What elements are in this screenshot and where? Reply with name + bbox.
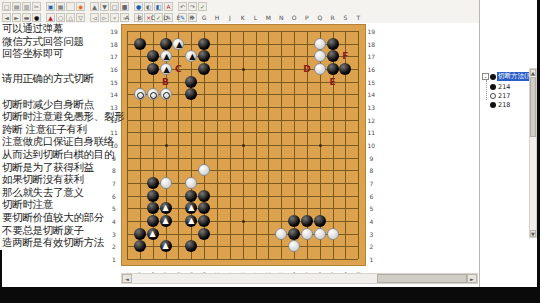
coord-row-right: 13: [366, 104, 376, 111]
lecture-note-line: [2, 85, 152, 98]
lecture-note-line: 切断时减少自身断点: [2, 98, 152, 111]
coord-row-right: 14: [366, 91, 376, 98]
toolbar-icon[interactable]: ■: [120, 2, 129, 11]
tree-node-label: 214: [497, 83, 511, 91]
lecture-notes: 可以通过弹幕微信方式回答问题回答坐标即可请用正确的方式切断切断时减少自身断点切断…: [2, 22, 152, 249]
coord-col-top: L: [251, 14, 261, 21]
tree-node-label: 218: [497, 101, 511, 109]
black-stone: ▲: [160, 215, 172, 227]
toolbar-icon[interactable]: ▽: [76, 13, 85, 22]
black-stone-icon: [490, 84, 496, 90]
black-stone: ▲: [160, 202, 172, 214]
board-label-E[interactable]: E: [327, 76, 339, 88]
screen-edge-bottom: [0, 287, 540, 303]
lecture-note-line: [2, 60, 152, 73]
board-label-B[interactable]: B: [160, 76, 172, 88]
tree-node-label: 217: [497, 92, 511, 100]
coord-col-top: P: [302, 14, 312, 21]
hscroll-left-button[interactable]: ◄: [122, 274, 132, 283]
coord-col-top: J: [225, 14, 235, 21]
white-stone: [301, 228, 313, 240]
lecture-note-line: 请用正确的方式切断: [2, 72, 152, 85]
grid-line-vertical: [268, 31, 269, 259]
coord-row-right: 7: [366, 180, 376, 187]
vscroll-up-button[interactable]: ▲: [530, 69, 536, 76]
toolbar-icon[interactable]: A: [164, 2, 173, 11]
tree-node[interactable]: 217: [490, 91, 511, 100]
coord-col-top: O: [289, 14, 299, 21]
vscroll-down-button[interactable]: ▼: [530, 230, 536, 237]
black-stone: [327, 38, 339, 50]
coord-row-right: 5: [366, 205, 376, 212]
black-stone: [327, 50, 339, 62]
toolbar-icon[interactable]: ▲: [90, 2, 99, 11]
lecture-note-line: 回答坐标即可: [2, 47, 152, 60]
lecture-note-line: 那么就失去了意义: [2, 186, 152, 199]
lecture-note-line: 从而达到切断白棋的目的: [2, 148, 152, 161]
triangle-mark: ▲: [160, 240, 172, 252]
black-stone: [198, 190, 210, 202]
coord-row-right: 10: [366, 142, 376, 149]
toolbar-icon[interactable]: ●: [32, 13, 41, 22]
grid-line-horizontal: [127, 170, 358, 171]
lecture-note-line: 跨断 注意征子有利: [2, 123, 152, 136]
black-stone: [185, 190, 197, 202]
toolbar-row-1: ▢▤▥✂▣▦◉▲▼□■●◐◧A↶↷✓: [2, 1, 208, 11]
lecture-note-line: 注意做虎口保证自身联络: [2, 135, 152, 148]
hoshi-point: [165, 144, 168, 147]
toolbar-icon[interactable]: ◐: [144, 2, 153, 11]
coord-row-right: 18: [366, 41, 376, 48]
toolbar-icon[interactable]: ◄: [2, 13, 11, 22]
toolbar-icon[interactable]: ◉: [76, 2, 85, 11]
black-stone: [160, 38, 172, 50]
coord-col-top: A: [122, 14, 132, 21]
coord-row-right: 3: [366, 231, 376, 238]
black-stone: [185, 76, 197, 88]
toolbar-icon[interactable]: ◅: [90, 13, 99, 22]
coord-col-top: E: [173, 14, 183, 21]
black-stone-icon: [490, 74, 496, 80]
coord-row-right: 12: [366, 117, 376, 124]
lecture-note-line: 要切断价值较大的部分: [2, 211, 152, 224]
white-stone: [314, 228, 326, 240]
vscroll-thumb[interactable]: [530, 77, 536, 137]
hscroll-thumb[interactable]: [377, 274, 467, 283]
toolbar-icon[interactable]: ◧: [154, 2, 163, 11]
black-stone: [288, 228, 300, 240]
lecture-note-line: 切断时注意: [2, 198, 152, 211]
hoshi-point: [242, 144, 245, 147]
toolbar-icon[interactable]: ▲: [46, 13, 55, 22]
toolbar-icon[interactable]: ▤: [12, 2, 21, 11]
black-stone: [314, 215, 326, 227]
hoshi-point: [242, 220, 245, 223]
toolbar-icon[interactable]: ▢: [2, 2, 11, 11]
lecture-note-line: 切断时注意避免愚形、裂形: [2, 110, 152, 123]
white-stone: [160, 88, 172, 100]
coord-col-top: C: [148, 14, 158, 21]
white-stone: [160, 177, 172, 189]
coord-col-top: H: [212, 14, 222, 21]
coord-row-right: 15: [366, 79, 376, 86]
toolbar-icon[interactable]: ↶: [178, 2, 187, 11]
hoshi-point: [319, 144, 322, 147]
black-stone: [198, 63, 210, 75]
black-stone-icon: [490, 102, 496, 108]
lecture-note-line: 不要总是切断废子: [2, 224, 152, 237]
coord-row-right: 16: [366, 66, 376, 73]
white-stone-icon: [490, 93, 496, 99]
grid-line-horizontal: [127, 196, 358, 197]
toolbar-icon[interactable]: ▥: [22, 2, 31, 11]
horizontal-scrollbar[interactable]: ◄►: [121, 273, 478, 284]
hscroll-right-button[interactable]: ►: [467, 274, 477, 283]
black-stone: [198, 228, 210, 240]
grid-line-horizontal: [127, 259, 358, 260]
tree-branch-line: [486, 80, 487, 100]
white-stone: ▲: [160, 50, 172, 62]
black-stone: [288, 215, 300, 227]
circle-mark: [163, 92, 170, 99]
board-label-F[interactable]: F: [339, 50, 351, 62]
triangle-mark: ▲: [160, 215, 172, 227]
board-label-D[interactable]: D: [301, 63, 313, 75]
coord-row-right: 8: [366, 167, 376, 174]
coord-col-top: M: [263, 14, 273, 21]
coord-row-right: 17: [366, 53, 376, 60]
coord-row-left: 1: [109, 256, 119, 263]
grid-line-vertical: [358, 31, 359, 259]
coord-row-right: 19: [366, 28, 376, 35]
tree-node[interactable]: 214: [490, 82, 511, 91]
tree-vertical-scrollbar[interactable]: ▲▼: [529, 68, 537, 238]
coord-row-right: 6: [366, 193, 376, 200]
toolbar-icon[interactable]: ✂: [32, 2, 41, 11]
coord-row-right: 11: [366, 129, 376, 136]
lecture-note-line: 切断是为了获得利益: [2, 161, 152, 174]
coord-row-right: 1: [366, 256, 376, 263]
grid-line-horizontal: [127, 158, 358, 159]
white-stone: ▲: [160, 63, 172, 75]
tree-expander[interactable]: -: [482, 73, 489, 80]
coord-col-top: S: [340, 14, 350, 21]
coord-row-right: 9: [366, 155, 376, 162]
lecture-note-line: 造两断是有效切断方法: [2, 236, 152, 249]
coord-col-top: K: [238, 14, 248, 21]
white-stone: [327, 228, 339, 240]
white-stone: ▲: [172, 38, 184, 50]
toolbar-icon[interactable]: △: [66, 13, 75, 22]
white-stone: [314, 38, 326, 50]
black-stone: [198, 38, 210, 50]
coord-col-top: N: [276, 14, 286, 21]
grid-line-vertical: [256, 31, 257, 259]
lecture-note-line: 可以通过弹幕: [2, 22, 152, 35]
toolbar-icon[interactable]: [66, 2, 75, 11]
board-label-C[interactable]: C: [172, 63, 184, 75]
triangle-mark: ▲: [160, 202, 172, 214]
toolbar-icon[interactable]: ►: [12, 13, 21, 22]
coord-col-top: R: [328, 14, 338, 21]
toolbar-icon[interactable]: ○: [56, 13, 65, 22]
toolbar-icon[interactable]: ●: [134, 2, 143, 11]
white-stone: [314, 63, 326, 75]
toolbar-icon[interactable]: ✓: [198, 2, 207, 11]
grid-line-vertical: [281, 31, 282, 259]
white-stone: [275, 228, 287, 240]
coord-col-top: F: [186, 14, 196, 21]
screen-edge-left: [0, 250, 2, 303]
coord-col-top: Q: [315, 14, 325, 21]
toolbar-icon[interactable]: ↷: [188, 2, 197, 11]
black-stone: ▲: [160, 240, 172, 252]
black-stone: [301, 215, 313, 227]
coord-row-right: 4: [366, 218, 376, 225]
black-stone: [327, 63, 339, 75]
toolbar-icon[interactable]: ▦: [56, 2, 65, 11]
toolbar-icon[interactable]: ▼: [100, 2, 109, 11]
coord-row-right: 2: [366, 243, 376, 250]
toolbar-icon[interactable]: ▣: [46, 2, 55, 11]
toolbar-icon[interactable]: □: [110, 2, 119, 11]
tree-node[interactable]: 218: [490, 100, 511, 109]
lecture-note-line: 如果切断没有获利: [2, 173, 152, 186]
white-stone: [314, 50, 326, 62]
coord-col-top: B: [135, 14, 145, 21]
coord-col-top: T: [353, 14, 363, 21]
hoshi-point: [242, 68, 245, 71]
coord-col-top: D: [161, 14, 171, 21]
coord-col-top: G: [199, 14, 209, 21]
toolbar-icon[interactable]: ▬: [22, 13, 31, 22]
lecture-note-line: 微信方式回答问题: [2, 35, 152, 48]
